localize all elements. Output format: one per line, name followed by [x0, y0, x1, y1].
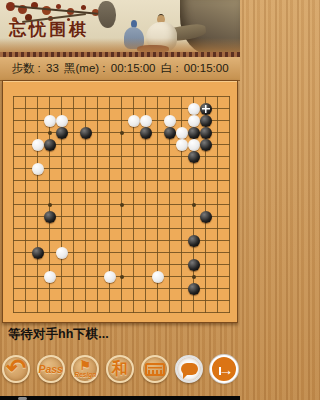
resign-label: Resign — [74, 371, 96, 378]
bottom-system-strip — [0, 396, 240, 400]
black-stone — [188, 235, 200, 247]
game-status-bar: 步数 : 33 黑(me) : 00:15:00 白 : 00:15:00 — [0, 57, 240, 81]
white-stone — [176, 139, 188, 151]
draw-label: 和 — [112, 360, 128, 378]
black-stone — [188, 151, 200, 163]
undo-button[interactable]: ↶ — [2, 355, 30, 383]
black-clock: 00:15:00 — [111, 62, 156, 74]
pass-button[interactable]: Pass — [37, 355, 65, 383]
white-stone — [188, 115, 200, 127]
exit-game-button[interactable]: → — [210, 355, 238, 383]
banner: 忘忧围棋 — [0, 0, 240, 57]
white-stone — [188, 139, 200, 151]
app-title: 忘忧围棋 — [9, 18, 89, 41]
resign-button[interactable]: ⚑ Resign — [71, 355, 99, 383]
chat-button[interactable] — [175, 355, 203, 383]
black-player-label: 黑(me) : — [64, 62, 106, 74]
last-move-marker — [202, 105, 210, 113]
white-stone — [44, 115, 56, 127]
black-stone — [188, 127, 200, 139]
white-stone — [164, 115, 176, 127]
flag-icon: ⚑ — [79, 360, 91, 371]
white-stone — [128, 115, 140, 127]
black-stone — [200, 127, 212, 139]
go-board[interactable] — [2, 80, 238, 323]
white-clock: 00:15:00 — [184, 62, 229, 74]
rock-illustration — [98, 1, 116, 28]
white-stone — [140, 115, 152, 127]
black-stone — [200, 115, 212, 127]
star-point — [120, 203, 124, 207]
speech-bubble-icon — [181, 363, 198, 375]
black-stone — [44, 211, 56, 223]
star-point — [120, 275, 124, 279]
toolbar: ↶ Pass ⚑ Resign 和 → — [0, 355, 240, 389]
star-point — [192, 203, 196, 207]
black-stone — [56, 127, 68, 139]
black-stone — [80, 127, 92, 139]
white-stone — [56, 247, 68, 259]
white-stone — [44, 271, 56, 283]
star-point — [120, 131, 124, 135]
black-stone — [164, 127, 176, 139]
count-score-button[interactable] — [141, 355, 169, 383]
waiting-status-text: 等待对手hh下棋... — [8, 326, 109, 343]
abacus-count-icon — [145, 363, 165, 376]
white-stone — [152, 271, 164, 283]
black-stone — [44, 139, 56, 151]
black-stone — [32, 247, 44, 259]
star-point — [48, 203, 52, 207]
move-count-label: 步数 : — [11, 62, 40, 74]
white-stone — [176, 127, 188, 139]
black-stone — [188, 259, 200, 271]
black-stone — [188, 283, 200, 295]
black-stone — [200, 103, 212, 115]
go-board-grid[interactable] — [13, 96, 230, 313]
move-count-value: 33 — [46, 62, 59, 74]
white-stone — [104, 271, 116, 283]
white-stone — [32, 163, 44, 175]
white-stone — [188, 103, 200, 115]
black-stone — [200, 139, 212, 151]
offer-draw-button[interactable]: 和 — [106, 355, 134, 383]
white-stone — [56, 115, 68, 127]
undo-arrow-icon: ↶ — [6, 357, 26, 379]
star-point — [48, 131, 52, 135]
exit-door-bar — [219, 367, 221, 375]
star-point — [192, 275, 196, 279]
white-player-label: 白 : — [161, 62, 179, 74]
black-stone — [140, 127, 152, 139]
pass-label: Pass — [38, 363, 63, 375]
black-stone — [200, 211, 212, 223]
white-stone — [32, 139, 44, 151]
